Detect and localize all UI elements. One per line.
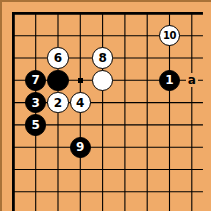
white-stone-icon <box>92 70 113 91</box>
stone-black-9: 9 <box>69 136 91 158</box>
stone-move-number: 9 <box>76 141 84 153</box>
stone-move-number: 8 <box>98 52 106 64</box>
go-diagram: 10687132459a <box>0 0 211 211</box>
stone-white-10: 10 <box>158 25 180 47</box>
stone-white-6: 6 <box>47 47 69 69</box>
white-stone-icon: 10 <box>159 25 180 46</box>
stone-black-plain <box>47 69 69 91</box>
stone-black-7: 7 <box>25 69 47 91</box>
stone-move-number: 10 <box>163 31 176 41</box>
stone-move-number: 1 <box>165 74 173 86</box>
star-point <box>69 69 91 91</box>
stone-move-number: 5 <box>32 119 40 131</box>
stone-white-plain <box>91 69 113 91</box>
stone-white-4: 4 <box>69 91 91 113</box>
stone-move-number: 6 <box>54 52 62 64</box>
star-point-square <box>78 78 83 83</box>
black-stone-icon <box>47 70 68 91</box>
stone-black-1: 1 <box>158 69 180 91</box>
white-stone-icon: 8 <box>92 47 113 68</box>
black-stone-icon: 7 <box>25 70 46 91</box>
stone-black-5: 5 <box>25 114 47 136</box>
black-stone-icon: 9 <box>70 137 91 158</box>
point-label-a: a <box>181 69 203 91</box>
stone-move-number: 4 <box>76 97 84 109</box>
go-board: 10687132459a <box>2 2 203 203</box>
point-label-text: a <box>186 73 198 87</box>
black-stone-icon: 1 <box>159 70 180 91</box>
black-stone-icon: 3 <box>25 92 46 113</box>
white-stone-icon: 2 <box>47 92 68 113</box>
stone-move-number: 7 <box>32 74 40 86</box>
white-stone-icon: 4 <box>70 92 91 113</box>
black-stone-icon: 5 <box>25 114 46 135</box>
stone-white-8: 8 <box>91 47 113 69</box>
stone-black-3: 3 <box>25 91 47 113</box>
stone-move-number: 2 <box>54 97 62 109</box>
stone-move-number: 3 <box>32 97 40 109</box>
stone-white-2: 2 <box>47 91 69 113</box>
white-stone-icon: 6 <box>47 47 68 68</box>
